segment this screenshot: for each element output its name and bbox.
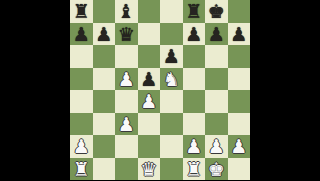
- square-b2[interactable]: [93, 135, 116, 158]
- piece-white-pawn-a2[interactable]: ♟: [73, 135, 90, 157]
- square-a1[interactable]: ♜: [70, 158, 93, 181]
- square-f5[interactable]: [183, 68, 206, 91]
- piece-white-pawn-f2[interactable]: ♟: [185, 135, 202, 157]
- app-window: ♜♝♜♚♟♟♛♟♟♟♟♟♟♞♟♟♟♟♟♟♜♛♜♚: [0, 0, 320, 180]
- square-e1[interactable]: [160, 158, 183, 181]
- square-h3[interactable]: [228, 113, 251, 136]
- piece-black-queen-c7[interactable]: ♛: [118, 23, 135, 45]
- square-c8[interactable]: ♝: [115, 0, 138, 23]
- square-e3[interactable]: [160, 113, 183, 136]
- square-f6[interactable]: [183, 45, 206, 68]
- square-a7[interactable]: ♟: [70, 23, 93, 46]
- square-c2[interactable]: [115, 135, 138, 158]
- square-a5[interactable]: [70, 68, 93, 91]
- piece-black-pawn-a7[interactable]: ♟: [73, 23, 90, 45]
- square-b6[interactable]: [93, 45, 116, 68]
- square-e7[interactable]: [160, 23, 183, 46]
- square-h5[interactable]: [228, 68, 251, 91]
- square-d1[interactable]: ♛: [138, 158, 161, 181]
- piece-white-pawn-g2[interactable]: ♟: [208, 135, 225, 157]
- square-h6[interactable]: [228, 45, 251, 68]
- piece-white-knight-e5[interactable]: ♞: [163, 68, 180, 90]
- square-b5[interactable]: [93, 68, 116, 91]
- piece-white-pawn-d4[interactable]: ♟: [140, 90, 157, 112]
- piece-white-pawn-h2[interactable]: ♟: [230, 135, 247, 157]
- square-g6[interactable]: [205, 45, 228, 68]
- square-a4[interactable]: [70, 90, 93, 113]
- square-a6[interactable]: [70, 45, 93, 68]
- square-c4[interactable]: [115, 90, 138, 113]
- square-g7[interactable]: ♟: [205, 23, 228, 46]
- square-f4[interactable]: [183, 90, 206, 113]
- square-g4[interactable]: [205, 90, 228, 113]
- square-c3[interactable]: ♟: [115, 113, 138, 136]
- piece-white-pawn-c3[interactable]: ♟: [118, 113, 135, 135]
- square-d6[interactable]: [138, 45, 161, 68]
- square-b8[interactable]: [93, 0, 116, 23]
- piece-white-rook-a1[interactable]: ♜: [73, 158, 90, 180]
- square-h8[interactable]: [228, 0, 251, 23]
- square-g1[interactable]: ♚: [205, 158, 228, 181]
- square-e2[interactable]: [160, 135, 183, 158]
- piece-black-pawn-h7[interactable]: ♟: [230, 23, 247, 45]
- piece-black-pawn-d5[interactable]: ♟: [140, 68, 157, 90]
- square-g3[interactable]: [205, 113, 228, 136]
- square-d2[interactable]: [138, 135, 161, 158]
- square-a8[interactable]: ♜: [70, 0, 93, 23]
- square-f8[interactable]: ♜: [183, 0, 206, 23]
- square-a3[interactable]: [70, 113, 93, 136]
- square-e6[interactable]: ♟: [160, 45, 183, 68]
- piece-black-pawn-g7[interactable]: ♟: [208, 23, 225, 45]
- piece-black-pawn-e6[interactable]: ♟: [163, 45, 180, 67]
- square-e4[interactable]: [160, 90, 183, 113]
- square-g8[interactable]: ♚: [205, 0, 228, 23]
- piece-white-rook-f1[interactable]: ♜: [185, 158, 202, 180]
- piece-black-pawn-b7[interactable]: ♟: [95, 23, 112, 45]
- piece-white-king-g1[interactable]: ♚: [208, 158, 225, 180]
- square-d5[interactable]: ♟: [138, 68, 161, 91]
- square-b1[interactable]: [93, 158, 116, 181]
- letterbox-left: [0, 0, 70, 180]
- square-h2[interactable]: ♟: [228, 135, 251, 158]
- square-e5[interactable]: ♞: [160, 68, 183, 91]
- square-c1[interactable]: [115, 158, 138, 181]
- square-a2[interactable]: ♟: [70, 135, 93, 158]
- square-g5[interactable]: [205, 68, 228, 91]
- piece-black-rook-f8[interactable]: ♜: [185, 0, 202, 22]
- piece-black-king-g8[interactable]: ♚: [208, 0, 225, 22]
- square-h1[interactable]: [228, 158, 251, 181]
- square-b7[interactable]: ♟: [93, 23, 116, 46]
- square-b3[interactable]: [93, 113, 116, 136]
- square-f7[interactable]: ♟: [183, 23, 206, 46]
- piece-white-pawn-c5[interactable]: ♟: [118, 68, 135, 90]
- square-b4[interactable]: [93, 90, 116, 113]
- square-c7[interactable]: ♛: [115, 23, 138, 46]
- square-h7[interactable]: ♟: [228, 23, 251, 46]
- square-d4[interactable]: ♟: [138, 90, 161, 113]
- square-f2[interactable]: ♟: [183, 135, 206, 158]
- letterbox-right: [250, 0, 320, 180]
- square-c5[interactable]: ♟: [115, 68, 138, 91]
- chess-board: ♜♝♜♚♟♟♛♟♟♟♟♟♟♞♟♟♟♟♟♟♜♛♜♚: [70, 0, 250, 180]
- square-c6[interactable]: [115, 45, 138, 68]
- piece-black-pawn-f7[interactable]: ♟: [185, 23, 202, 45]
- square-e8[interactable]: [160, 0, 183, 23]
- square-d8[interactable]: [138, 0, 161, 23]
- square-f1[interactable]: ♜: [183, 158, 206, 181]
- square-g2[interactable]: ♟: [205, 135, 228, 158]
- square-h4[interactable]: [228, 90, 251, 113]
- square-f3[interactable]: [183, 113, 206, 136]
- piece-black-bishop-c8[interactable]: ♝: [118, 0, 135, 22]
- square-d3[interactable]: [138, 113, 161, 136]
- square-d7[interactable]: [138, 23, 161, 46]
- piece-white-queen-d1[interactable]: ♛: [140, 158, 157, 180]
- piece-black-rook-a8[interactable]: ♜: [73, 0, 90, 22]
